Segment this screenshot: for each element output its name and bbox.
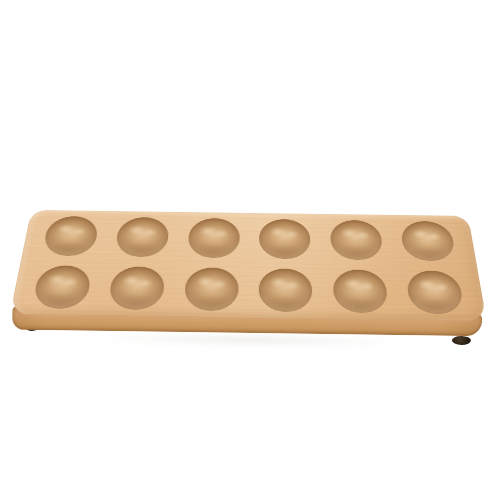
perspective-scene xyxy=(0,0,500,500)
pit-hollow xyxy=(32,265,92,309)
pit-hollow xyxy=(330,220,384,260)
pit-hollow xyxy=(108,266,166,310)
pit-hollow xyxy=(187,218,240,258)
pit-hollow xyxy=(405,270,464,314)
pit-bottom-5[interactable] xyxy=(322,264,400,318)
product-photo-stage xyxy=(0,0,500,500)
pit-hollow xyxy=(42,216,100,256)
board-top-surface xyxy=(10,210,487,321)
pit-top-6[interactable] xyxy=(389,216,467,266)
pit-hollow xyxy=(399,221,455,261)
mancala-board xyxy=(0,0,500,500)
pit-top-4[interactable] xyxy=(249,214,322,264)
pit-hollow xyxy=(259,268,313,312)
pit-hollow xyxy=(183,267,238,311)
pit-top-3[interactable] xyxy=(176,213,249,263)
pit-top-5[interactable] xyxy=(319,215,394,265)
pit-hollow xyxy=(115,217,170,257)
pit-bottom-4[interactable] xyxy=(248,263,324,317)
pit-hollow xyxy=(332,269,388,313)
pit-top-2[interactable] xyxy=(104,212,180,262)
pit-bottom-6[interactable] xyxy=(394,265,476,319)
pit-top-1[interactable] xyxy=(31,211,110,261)
pit-bottom-1[interactable] xyxy=(20,260,103,314)
pit-grid xyxy=(10,210,487,321)
pit-hollow xyxy=(259,219,311,259)
pit-bottom-2[interactable] xyxy=(96,261,176,315)
pit-bottom-3[interactable] xyxy=(172,262,249,316)
